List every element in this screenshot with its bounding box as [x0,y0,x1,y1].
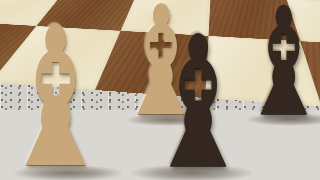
white-bishop-front-left[interactable]: ♝ [11,30,102,175]
black-bishop-back-right[interactable]: ♝ [249,8,320,121]
chess-photo-scene: ♝♝♝♝ [0,0,320,180]
black-bishop-front-center[interactable]: ♝ [155,38,241,175]
